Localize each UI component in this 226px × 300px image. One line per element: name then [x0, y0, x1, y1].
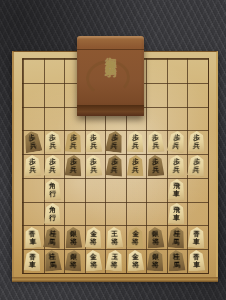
piece-knight: 桂馬: [43, 226, 62, 249]
piece-box-inscription: 御将棋駒: [103, 48, 118, 60]
piece-kanji-char: 兵: [49, 166, 56, 174]
piece-knight: 桂馬: [43, 249, 62, 272]
piece-pawn: 歩兵: [44, 155, 62, 177]
piece-kanji-char: 香: [193, 229, 200, 237]
piece-box: 御将棋駒: [77, 36, 144, 116]
piece-kanji: 歩兵: [111, 158, 119, 174]
piece-kanji-char: 将: [70, 237, 77, 245]
piece-kanji-char: 車: [29, 261, 36, 269]
piece-silver: 銀将: [147, 250, 165, 272]
piece-kanji-char: 馬: [49, 237, 56, 245]
piece-king-osho: 王将: [105, 226, 123, 248]
piece-rook: 飛車: [167, 202, 185, 224]
piece-king-gyokusho: 玉将: [105, 250, 124, 272]
piece-kanji: 桂馬: [172, 229, 180, 245]
piece-kanji-char: 兵: [152, 142, 159, 150]
piece-pawn: 歩兵: [187, 154, 206, 177]
piece-pawn: 歩兵: [105, 154, 124, 176]
piece-kanji-char: 桂: [173, 229, 180, 237]
piece-kanji-char: 将: [90, 237, 97, 245]
piece-kanji-char: 将: [132, 261, 139, 269]
piece-kanji-char: 兵: [131, 166, 138, 174]
piece-kanji: 歩兵: [29, 158, 36, 173]
piece-kanji: 歩兵: [90, 158, 97, 174]
piece-kanji: 桂馬: [49, 229, 57, 245]
piece-bishop: 角行: [44, 203, 61, 224]
piece-kanji: 香車: [28, 229, 36, 245]
piece-kanji-char: 将: [70, 261, 77, 269]
piece-pawn: 歩兵: [126, 155, 144, 177]
piece-gold: 金将: [126, 226, 144, 248]
piece-kanji-char: 兵: [91, 142, 98, 150]
piece-rook: 飛車: [167, 179, 185, 201]
piece-silver: 銀将: [65, 226, 83, 248]
piece-kanji-char: 将: [111, 237, 118, 245]
piece-box-rim: [77, 105, 144, 116]
piece-pawn: 歩兵: [188, 131, 206, 153]
photo-scene: 歩兵歩兵歩兵歩兵歩兵歩兵歩兵歩兵歩兵歩兵歩兵歩兵歩兵歩兵歩兵歩兵歩兵歩兵角行飛車…: [0, 0, 226, 300]
piece-kanji-char: 飛: [173, 206, 180, 214]
piece-kanji-char: 車: [193, 237, 200, 245]
piece-pawn: 歩兵: [146, 131, 164, 153]
piece-kanji-char: 兵: [70, 142, 77, 150]
piece-kanji-char: 金: [132, 229, 139, 237]
piece-kanji-char: 車: [193, 261, 200, 269]
piece-kanji: 歩兵: [90, 134, 97, 149]
piece-pawn: 歩兵: [166, 130, 186, 153]
piece-box-crest-arc: [84, 58, 132, 98]
piece-kanji: 歩兵: [110, 134, 118, 150]
piece-pawn: 歩兵: [105, 130, 124, 153]
piece-kanji: 香車: [29, 253, 36, 269]
piece-kanji: 角行: [49, 206, 56, 221]
piece-kanji: 歩兵: [28, 134, 37, 150]
piece-kanji-char: 将: [111, 261, 118, 269]
piece-knight: 桂馬: [167, 250, 185, 272]
piece-kanji-char: 兵: [29, 141, 37, 150]
piece-kanji: 歩兵: [131, 134, 138, 149]
piece-kanji: 歩兵: [70, 134, 78, 150]
piece-kanji: 玉将: [111, 253, 119, 269]
piece-kanji: 金将: [90, 253, 98, 269]
piece-knight: 桂馬: [167, 226, 186, 248]
piece-kanji: 金将: [131, 229, 139, 245]
piece-kanji-char: 王: [111, 229, 118, 237]
piece-kanji: 桂馬: [172, 253, 180, 269]
piece-kanji-char: 将: [131, 237, 138, 245]
piece-kanji: 歩兵: [172, 158, 179, 174]
piece-kanji: 歩兵: [131, 158, 138, 173]
piece-kanji: 銀将: [152, 229, 160, 245]
piece-gold: 金将: [85, 250, 103, 272]
piece-kanji: 香車: [193, 253, 200, 268]
piece-pawn: 歩兵: [64, 131, 82, 153]
piece-kanji-char: 馬: [173, 261, 180, 269]
piece-kanji-char: 車: [29, 237, 36, 245]
piece-kanji-char: 行: [50, 189, 57, 197]
piece-kanji-char: 銀: [152, 229, 159, 237]
piece-kanji-char: 香: [28, 229, 35, 237]
piece-lance: 香車: [23, 250, 41, 272]
piece-kanji-char: 兵: [172, 166, 179, 174]
piece-kanji-char: 金: [91, 229, 98, 237]
piece-kanji-char: 車: [173, 213, 180, 221]
piece-kanji-char: 兵: [193, 142, 200, 150]
piece-kanji: 歩兵: [172, 134, 181, 150]
piece-kanji-char: 角: [50, 206, 57, 214]
piece-kanji: 歩兵: [49, 158, 56, 173]
piece-kanji: 銀将: [70, 229, 77, 244]
piece-gold: 金将: [126, 250, 144, 272]
piece-kanji: 角行: [49, 182, 56, 197]
piece-kanji-char: 行: [49, 213, 56, 221]
piece-kanji-char: 兵: [172, 142, 180, 150]
piece-kanji: 歩兵: [152, 134, 160, 150]
piece-kanji: 香車: [193, 229, 200, 245]
piece-pawn: 歩兵: [23, 155, 41, 177]
piece-kanji-char: 馬: [50, 261, 57, 269]
piece-kanji: 歩兵: [193, 134, 200, 149]
piece-pawn: 歩兵: [44, 131, 62, 153]
piece-kanji: 王将: [111, 229, 118, 245]
piece-kanji: 歩兵: [49, 134, 56, 150]
piece-lance: 香車: [23, 226, 42, 248]
piece-pawn: 歩兵: [147, 155, 165, 177]
piece-gold: 金将: [85, 226, 103, 248]
piece-silver: 銀将: [64, 250, 82, 272]
piece-kanji-char: 将: [152, 261, 159, 269]
piece-kanji-char: 銀: [70, 229, 77, 237]
piece-kanji-char: 将: [152, 237, 159, 245]
piece-kanji-char: 兵: [29, 166, 36, 174]
piece-kanji-char: 兵: [70, 166, 77, 174]
piece-pawn: 歩兵: [167, 155, 185, 177]
piece-kanji: 銀将: [152, 253, 159, 269]
piece-kanji-char: 兵: [110, 142, 118, 150]
piece-pawn: 歩兵: [85, 155, 103, 177]
piece-kanji-char: 車: [172, 189, 179, 197]
piece-lance: 香車: [188, 226, 206, 248]
piece-kanji-char: 兵: [91, 166, 98, 174]
piece-kanji-char: 兵: [50, 142, 57, 150]
piece-kanji-char: 馬: [172, 237, 179, 245]
piece-kanji-char: 将: [91, 261, 98, 269]
piece-bishop: 角行: [44, 179, 62, 201]
piece-pawn: 歩兵: [126, 131, 144, 153]
piece-pawn: 歩兵: [22, 130, 42, 153]
piece-pawn: 歩兵: [64, 155, 82, 177]
piece-kanji-char: 兵: [193, 165, 200, 173]
piece-kanji-char: 桂: [50, 229, 57, 237]
piece-kanji: 飛車: [172, 182, 179, 198]
piece-kanji: 歩兵: [193, 158, 201, 174]
piece-kanji: 桂馬: [49, 253, 57, 269]
piece-kanji-char: 兵: [152, 166, 159, 174]
piece-kanji: 歩兵: [152, 158, 159, 174]
piece-kanji: 銀将: [70, 253, 78, 269]
piece-lance: 香車: [188, 250, 206, 272]
piece-kanji: 飛車: [173, 206, 180, 221]
piece-kanji-char: 兵: [131, 142, 138, 150]
piece-kanji: 歩兵: [70, 158, 77, 174]
piece-silver: 銀将: [146, 226, 164, 248]
piece-kanji-char: 兵: [111, 165, 118, 173]
piece-kanji: 金将: [131, 253, 138, 269]
piece-pawn: 歩兵: [85, 131, 103, 153]
piece-kanji: 金将: [90, 229, 97, 245]
